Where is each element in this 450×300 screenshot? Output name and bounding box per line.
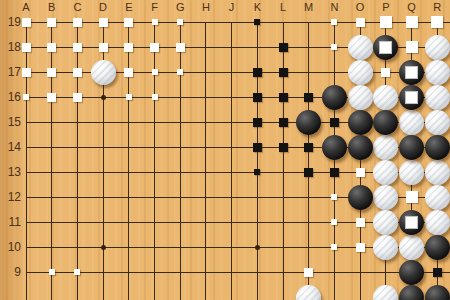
hoshi-dot bbox=[255, 245, 260, 250]
black-territory-mark[interactable] bbox=[304, 93, 313, 102]
white-territory-mark[interactable] bbox=[47, 93, 56, 102]
column-label: P bbox=[376, 0, 396, 15]
row-label: 16 bbox=[0, 89, 21, 105]
white-stone[interactable] bbox=[373, 85, 398, 110]
white-territory-mark[interactable] bbox=[47, 68, 56, 77]
row-label: 14 bbox=[0, 139, 21, 155]
row-label: 19 bbox=[0, 14, 21, 30]
black-territory-mark[interactable] bbox=[330, 168, 339, 177]
go-board-screenshot: ABCDEFGHJKLMNOPQR191817161514131211109 bbox=[0, 0, 450, 300]
white-territory-mark[interactable] bbox=[331, 19, 337, 25]
white-territory-mark[interactable] bbox=[406, 41, 418, 53]
black-stone[interactable] bbox=[296, 110, 321, 135]
grid-line-vertical bbox=[308, 22, 309, 300]
black-stone[interactable] bbox=[348, 185, 373, 210]
white-territory-mark[interactable] bbox=[406, 16, 418, 28]
white-stone[interactable] bbox=[425, 160, 450, 185]
column-label: C bbox=[67, 0, 87, 15]
black-territory-mark[interactable] bbox=[253, 93, 262, 102]
white-territory-mark[interactable] bbox=[73, 18, 82, 27]
row-label: 13 bbox=[0, 164, 21, 180]
black-territory-mark[interactable] bbox=[254, 169, 260, 175]
white-territory-mark[interactable] bbox=[380, 16, 392, 28]
white-territory-mark[interactable] bbox=[49, 269, 55, 275]
column-label: E bbox=[119, 0, 139, 15]
column-label: K bbox=[247, 0, 267, 15]
black-territory-mark[interactable] bbox=[253, 143, 262, 152]
white-stone[interactable] bbox=[348, 35, 373, 60]
column-label: F bbox=[145, 0, 165, 15]
black-territory-mark[interactable] bbox=[330, 118, 339, 127]
black-stone[interactable] bbox=[399, 260, 424, 285]
white-stone[interactable] bbox=[373, 285, 398, 300]
grid-line-vertical bbox=[154, 22, 155, 300]
black-stone[interactable] bbox=[322, 135, 347, 160]
black-stone[interactable] bbox=[348, 135, 373, 160]
white-territory-mark[interactable] bbox=[331, 244, 337, 250]
column-label: H bbox=[196, 0, 216, 15]
row-label: 17 bbox=[0, 64, 21, 80]
black-territory-mark[interactable] bbox=[253, 68, 262, 77]
white-territory-mark[interactable] bbox=[356, 243, 365, 252]
grid-line-vertical bbox=[334, 22, 335, 300]
white-territory-mark[interactable] bbox=[124, 68, 133, 77]
black-stone[interactable] bbox=[425, 235, 450, 260]
white-territory-mark[interactable] bbox=[22, 18, 31, 27]
white-stone[interactable] bbox=[399, 235, 424, 260]
white-stone[interactable] bbox=[399, 110, 424, 135]
white-territory-mark[interactable] bbox=[331, 44, 337, 50]
white-territory-mark[interactable] bbox=[177, 19, 183, 25]
white-stone[interactable] bbox=[373, 185, 398, 210]
white-stone[interactable] bbox=[425, 210, 450, 235]
black-stone[interactable] bbox=[425, 135, 450, 160]
grid-line-vertical bbox=[283, 22, 284, 300]
white-stone[interactable] bbox=[348, 85, 373, 110]
row-label: 15 bbox=[0, 114, 21, 130]
white-territory-mark[interactable] bbox=[152, 69, 158, 75]
grid-line-vertical bbox=[128, 22, 129, 300]
white-stone[interactable] bbox=[373, 160, 398, 185]
grid-line-vertical bbox=[26, 22, 27, 300]
row-label: 9 bbox=[0, 264, 21, 280]
white-stone[interactable] bbox=[373, 210, 398, 235]
white-territory-mark[interactable] bbox=[356, 18, 365, 27]
dead-black-stone[interactable] bbox=[399, 85, 424, 110]
grid-line-vertical bbox=[205, 22, 206, 300]
white-territory-mark[interactable] bbox=[431, 16, 443, 28]
white-stone[interactable] bbox=[296, 285, 321, 300]
black-territory-mark[interactable] bbox=[254, 19, 260, 25]
white-territory-mark[interactable] bbox=[356, 168, 365, 177]
grid-line-vertical bbox=[257, 22, 258, 300]
white-territory-mark[interactable] bbox=[126, 94, 132, 100]
white-territory-mark[interactable] bbox=[124, 43, 133, 52]
white-territory-mark[interactable] bbox=[74, 269, 80, 275]
white-territory-mark[interactable] bbox=[356, 218, 365, 227]
grid-line-vertical bbox=[180, 22, 181, 300]
white-territory-mark[interactable] bbox=[176, 43, 185, 52]
black-territory-mark[interactable] bbox=[433, 268, 442, 277]
dead-stone-mark bbox=[379, 41, 392, 54]
dead-black-stone[interactable] bbox=[373, 35, 398, 60]
white-territory-mark[interactable] bbox=[177, 69, 183, 75]
column-label: L bbox=[273, 0, 293, 15]
dead-black-stone[interactable] bbox=[399, 210, 424, 235]
white-stone[interactable] bbox=[425, 60, 450, 85]
row-label: 10 bbox=[0, 239, 21, 255]
row-label: 12 bbox=[0, 189, 21, 205]
hoshi-dot bbox=[101, 95, 106, 100]
column-label: O bbox=[350, 0, 370, 15]
column-label: B bbox=[42, 0, 62, 15]
white-stone[interactable] bbox=[91, 60, 116, 85]
black-stone[interactable] bbox=[399, 285, 424, 300]
grid-line-vertical bbox=[51, 22, 52, 300]
white-stone[interactable] bbox=[348, 60, 373, 85]
grid-line-horizontal bbox=[26, 272, 450, 273]
column-label: M bbox=[299, 0, 319, 15]
column-label: R bbox=[427, 0, 447, 15]
dead-stone-mark bbox=[405, 91, 418, 104]
grid-line-vertical bbox=[77, 22, 78, 300]
white-stone[interactable] bbox=[425, 185, 450, 210]
black-stone[interactable] bbox=[425, 285, 450, 300]
white-stone[interactable] bbox=[425, 85, 450, 110]
column-label: D bbox=[93, 0, 113, 15]
black-stone[interactable] bbox=[373, 110, 398, 135]
white-territory-mark[interactable] bbox=[152, 19, 158, 25]
column-label: Q bbox=[402, 0, 422, 15]
column-label: G bbox=[170, 0, 190, 15]
white-stone[interactable] bbox=[425, 110, 450, 135]
white-territory-mark[interactable] bbox=[73, 93, 82, 102]
black-territory-mark[interactable] bbox=[304, 143, 313, 152]
black-territory-mark[interactable] bbox=[253, 118, 262, 127]
dead-black-stone[interactable] bbox=[399, 60, 424, 85]
white-territory-mark[interactable] bbox=[150, 43, 159, 52]
dead-stone-mark bbox=[405, 66, 418, 79]
white-territory-mark[interactable] bbox=[47, 18, 56, 27]
column-label: J bbox=[222, 0, 242, 15]
black-territory-mark[interactable] bbox=[279, 143, 288, 152]
white-stone[interactable] bbox=[425, 35, 450, 60]
dead-stone-mark bbox=[405, 216, 418, 229]
column-label: N bbox=[324, 0, 344, 15]
black-stone[interactable] bbox=[322, 85, 347, 110]
black-territory-mark[interactable] bbox=[279, 118, 288, 127]
black-territory-mark[interactable] bbox=[279, 68, 288, 77]
black-territory-mark[interactable] bbox=[304, 168, 313, 177]
white-territory-mark[interactable] bbox=[331, 219, 337, 225]
grid-line-vertical bbox=[231, 22, 232, 300]
white-territory-mark[interactable] bbox=[304, 268, 313, 277]
white-stone[interactable] bbox=[373, 235, 398, 260]
hoshi-dot bbox=[101, 245, 106, 250]
white-territory-mark[interactable] bbox=[22, 68, 31, 77]
white-territory-mark[interactable] bbox=[99, 43, 108, 52]
white-territory-mark[interactable] bbox=[23, 94, 29, 100]
white-territory-mark[interactable] bbox=[331, 194, 337, 200]
white-territory-mark[interactable] bbox=[22, 43, 31, 52]
white-territory-mark[interactable] bbox=[99, 18, 108, 27]
black-stone[interactable] bbox=[348, 110, 373, 135]
white-stone[interactable] bbox=[373, 135, 398, 160]
white-territory-mark[interactable] bbox=[73, 43, 82, 52]
black-stone[interactable] bbox=[399, 135, 424, 160]
white-territory-mark[interactable] bbox=[47, 43, 56, 52]
white-territory-mark[interactable] bbox=[152, 94, 158, 100]
row-label: 11 bbox=[0, 214, 21, 230]
white-territory-mark[interactable] bbox=[124, 18, 133, 27]
black-territory-mark[interactable] bbox=[279, 93, 288, 102]
black-territory-mark[interactable] bbox=[279, 43, 288, 52]
column-label: A bbox=[16, 0, 36, 15]
white-territory-mark[interactable] bbox=[381, 68, 390, 77]
white-territory-mark[interactable] bbox=[73, 68, 82, 77]
white-territory-mark[interactable] bbox=[406, 191, 418, 203]
row-label: 18 bbox=[0, 39, 21, 55]
white-stone[interactable] bbox=[399, 160, 424, 185]
